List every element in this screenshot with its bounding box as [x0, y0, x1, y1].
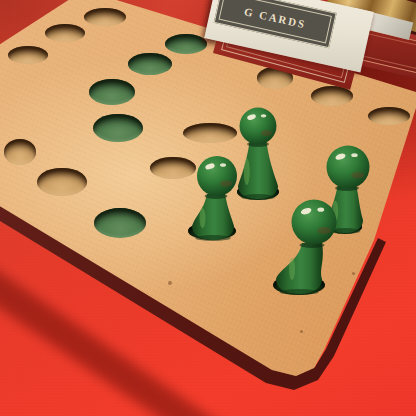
scene: G CARDS [0, 0, 416, 416]
burn-speck [168, 281, 172, 285]
burn-speck [300, 330, 303, 333]
cards-box-label-panel: G CARDS [214, 0, 337, 48]
burn-speck [352, 272, 355, 275]
